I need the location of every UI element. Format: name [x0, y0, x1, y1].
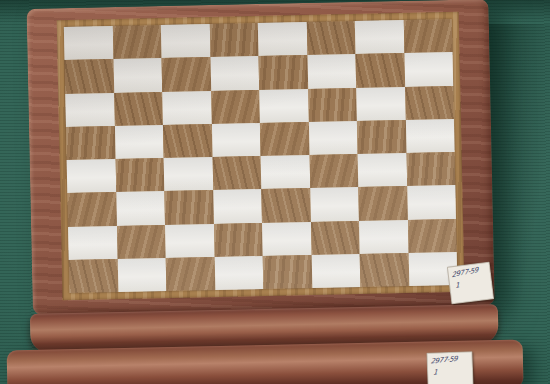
square-b1 — [117, 258, 166, 292]
lot-number-text: 2977-59 — [430, 355, 457, 366]
square-b7 — [113, 58, 162, 92]
square-d7 — [210, 56, 259, 90]
square-d4 — [212, 156, 261, 190]
square-a6 — [65, 93, 114, 127]
square-g6 — [356, 86, 405, 120]
square-a4 — [67, 159, 116, 193]
square-a5 — [66, 126, 115, 160]
square-a7 — [65, 59, 114, 93]
square-a3 — [67, 192, 116, 226]
square-h7 — [404, 52, 453, 86]
square-a1 — [69, 259, 118, 293]
board-grid — [64, 19, 457, 293]
square-d2 — [214, 222, 263, 256]
square-g5 — [357, 120, 406, 154]
square-b6 — [114, 92, 163, 126]
lot-sticker-base: 2977-59 1 — [426, 351, 473, 384]
square-e6 — [259, 89, 308, 123]
square-a2 — [68, 226, 117, 260]
square-f8 — [306, 21, 355, 55]
square-g3 — [358, 186, 407, 220]
square-f1 — [311, 254, 360, 288]
square-g4 — [358, 153, 407, 187]
green-cloth-background: 2977-59 1 2977-59 1 — [0, 0, 550, 384]
square-b8 — [112, 25, 161, 59]
lot-number-text: 2977-59 — [452, 266, 478, 279]
square-f4 — [309, 154, 358, 188]
square-d5 — [211, 123, 260, 157]
square-h5 — [405, 119, 454, 153]
square-g2 — [359, 219, 408, 253]
square-c3 — [164, 190, 213, 224]
square-d8 — [209, 23, 258, 57]
square-e3 — [261, 188, 310, 222]
square-h6 — [405, 85, 454, 119]
square-b2 — [117, 225, 166, 259]
square-d1 — [214, 256, 263, 290]
square-e1 — [263, 255, 312, 289]
square-f3 — [310, 187, 359, 221]
square-b4 — [115, 158, 164, 192]
square-e8 — [258, 22, 307, 56]
square-f5 — [308, 121, 357, 155]
square-h3 — [407, 185, 456, 219]
square-e4 — [261, 155, 310, 189]
square-e5 — [260, 122, 309, 156]
lot-sub-number-text: 1 — [455, 281, 459, 290]
square-g8 — [355, 20, 404, 54]
square-a8 — [64, 26, 113, 60]
square-c1 — [166, 257, 215, 291]
square-e7 — [259, 55, 308, 89]
square-e2 — [262, 221, 311, 255]
square-c2 — [165, 224, 214, 258]
board-frame — [26, 0, 494, 315]
board-inner-border — [57, 12, 465, 300]
square-c4 — [164, 157, 213, 191]
square-f2 — [310, 220, 359, 254]
square-d3 — [213, 189, 262, 223]
square-h4 — [406, 152, 455, 186]
square-h8 — [403, 19, 452, 53]
square-c5 — [163, 124, 212, 158]
square-g1 — [360, 253, 409, 287]
chess-board-box — [26, 0, 496, 384]
lot-sticker-board: 2977-59 1 — [447, 262, 494, 305]
square-c6 — [162, 91, 211, 125]
square-f7 — [307, 54, 356, 88]
square-f6 — [308, 87, 357, 121]
square-h2 — [407, 218, 456, 252]
square-g7 — [355, 53, 404, 87]
lot-sub-number-text: 1 — [433, 368, 438, 376]
square-c7 — [162, 57, 211, 91]
square-c8 — [161, 24, 210, 58]
square-b3 — [116, 191, 165, 225]
square-d6 — [211, 90, 260, 124]
square-b5 — [114, 125, 163, 159]
